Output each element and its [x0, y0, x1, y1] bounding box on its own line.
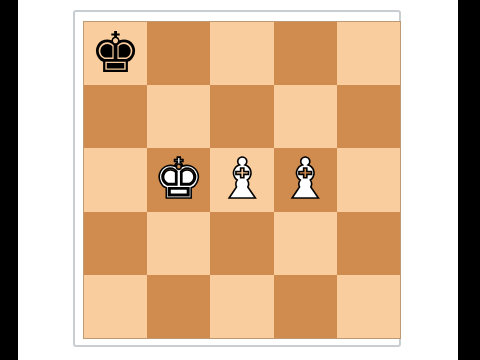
square-d2	[274, 212, 337, 275]
white-bishop-piece: ♝	[280, 151, 330, 207]
page-background: ♚♚♝♝	[18, 0, 458, 360]
square-a2	[84, 212, 147, 275]
square-b4	[147, 85, 210, 148]
square-a5: ♚	[84, 22, 147, 85]
square-b2	[147, 212, 210, 275]
square-b5	[147, 22, 210, 85]
square-b3: ♚	[147, 148, 210, 211]
square-a3	[84, 148, 147, 211]
square-e1	[337, 275, 400, 338]
square-d3: ♝	[274, 148, 337, 211]
white-king-piece: ♚	[154, 151, 204, 207]
video-frame: ♚♚♝♝	[0, 0, 480, 360]
white-bishop-piece: ♝	[217, 151, 267, 207]
square-e3	[337, 148, 400, 211]
square-a4	[84, 85, 147, 148]
square-b1	[147, 275, 210, 338]
square-e4	[337, 85, 400, 148]
square-d5	[274, 22, 337, 85]
square-c2	[210, 212, 273, 275]
square-d1	[274, 275, 337, 338]
square-e5	[337, 22, 400, 85]
square-e2	[337, 212, 400, 275]
square-a1	[84, 275, 147, 338]
chess-board: ♚♚♝♝	[83, 21, 401, 339]
square-d4	[274, 85, 337, 148]
board-frame: ♚♚♝♝	[73, 10, 401, 347]
square-c1	[210, 275, 273, 338]
square-c5	[210, 22, 273, 85]
square-c4	[210, 85, 273, 148]
black-king-piece: ♚	[90, 25, 140, 81]
square-c3: ♝	[210, 148, 273, 211]
